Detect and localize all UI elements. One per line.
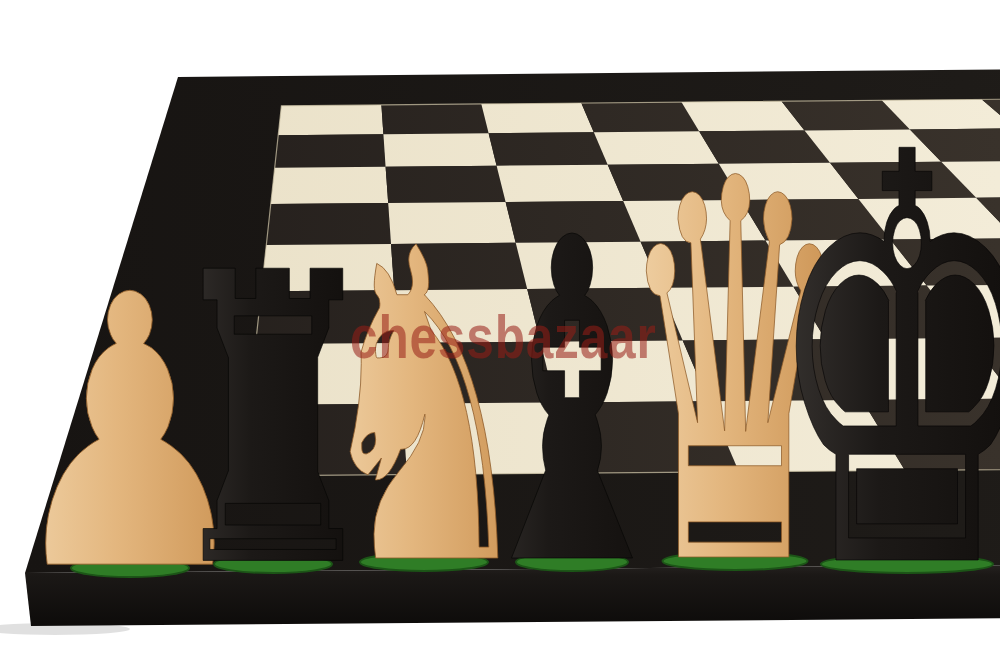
board-square-r0-c2 <box>481 103 594 133</box>
chessboard: ♟♜♞♝♛♚ <box>0 0 1000 667</box>
board-square-r0-c0 <box>278 105 383 135</box>
black-king-piece: ♚ <box>765 36 1000 667</box>
product-photo-scene: ♟♜♞♝♛♚ chessbazaar <box>0 0 1000 667</box>
board-square-r0-c1 <box>381 104 488 134</box>
